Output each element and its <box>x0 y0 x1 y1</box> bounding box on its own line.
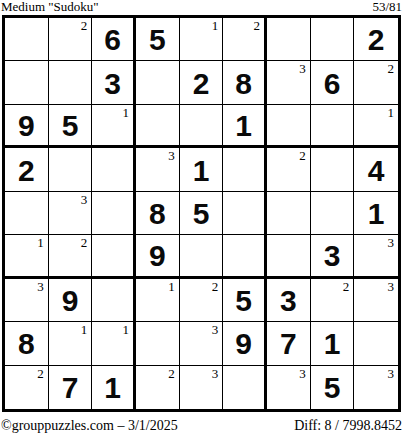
cell-r7c6[interactable]: 5 <box>223 279 267 322</box>
pencil-mark: 1 <box>123 106 130 119</box>
pencil-mark: 1 <box>37 236 44 249</box>
cell-r9c3[interactable]: 1 <box>92 366 136 409</box>
pencil-mark: 2 <box>388 62 395 75</box>
cell-r3c1[interactable]: 9 <box>5 105 49 148</box>
cell-r4c5[interactable]: 1 <box>180 148 224 191</box>
given-digit: 7 <box>62 371 79 403</box>
pencil-mark: 3 <box>388 236 395 249</box>
cell-r7c4[interactable]: 1 <box>136 279 180 322</box>
given-digit: 5 <box>62 109 79 141</box>
cell-r3c7[interactable] <box>267 105 311 148</box>
cell-r1c4[interactable]: 5 <box>136 18 180 61</box>
cell-r5c3[interactable] <box>92 192 136 235</box>
given-digit: 2 <box>368 23 385 55</box>
cell-r1c2[interactable]: 2 <box>49 18 93 61</box>
given-digit: 6 <box>104 23 121 55</box>
cell-r2c9[interactable]: 2 <box>354 61 398 104</box>
pencil-mark: 3 <box>212 367 219 380</box>
cell-r4c1[interactable]: 2 <box>5 148 49 191</box>
pencil-mark: 3 <box>37 280 44 293</box>
cell-r1c6[interactable]: 2 <box>223 18 267 61</box>
pencil-mark: 3 <box>299 62 306 75</box>
cell-r5c9[interactable]: 1 <box>354 192 398 235</box>
cell-r5c7[interactable] <box>267 192 311 235</box>
cell-r3c6[interactable]: 1 <box>223 105 267 148</box>
cell-r6c4[interactable]: 9 <box>136 235 180 278</box>
cell-r7c7[interactable]: 3 <box>267 279 311 322</box>
cell-r9c4[interactable]: 2 <box>136 366 180 409</box>
given-digit: 3 <box>280 284 297 316</box>
cell-r9c7[interactable]: 3 <box>267 366 311 409</box>
pencil-mark: 2 <box>37 367 44 380</box>
pencil-mark: 2 <box>81 19 88 32</box>
cell-r7c9[interactable]: 3 <box>354 279 398 322</box>
cell-r6c2[interactable]: 2 <box>49 235 93 278</box>
given-digit: 8 <box>18 327 35 359</box>
given-digit: 5 <box>324 371 341 403</box>
cell-r5c6[interactable] <box>223 192 267 235</box>
cell-r1c9[interactable]: 2 <box>354 18 398 61</box>
cell-r2c2[interactable] <box>49 61 93 104</box>
cell-r2c3[interactable]: 3 <box>92 61 136 104</box>
cell-r6c1[interactable]: 1 <box>5 235 49 278</box>
cell-r4c4[interactable]: 3 <box>136 148 180 191</box>
given-digit: 7 <box>280 327 297 359</box>
cell-r3c4[interactable] <box>136 105 180 148</box>
cell-r8c6[interactable]: 9 <box>223 322 267 365</box>
given-digit: 9 <box>235 327 252 359</box>
pencil-mark: 1 <box>81 323 88 336</box>
given-digit: 2 <box>18 154 35 186</box>
cell-r5c8[interactable] <box>311 192 355 235</box>
cell-r8c3[interactable]: 1 <box>92 322 136 365</box>
pencil-mark: 1 <box>123 323 130 336</box>
cell-r1c1[interactable] <box>5 18 49 61</box>
cell-r3c9[interactable]: 1 <box>354 105 398 148</box>
difficulty-label: Diff: 8 / 7998.8452 <box>294 418 402 434</box>
pencil-mark: 2 <box>343 280 350 293</box>
pencil-mark: 3 <box>81 193 88 206</box>
given-digit: 1 <box>324 327 341 359</box>
cell-r6c3[interactable] <box>92 235 136 278</box>
cell-r1c7[interactable] <box>267 18 311 61</box>
cell-r7c8[interactable]: 2 <box>311 279 355 322</box>
pencil-mark: 2 <box>254 19 261 32</box>
header: Medium "Sudoku" 53/81 <box>1 0 402 14</box>
pencil-mark: 1 <box>388 106 395 119</box>
cell-r1c5[interactable]: 1 <box>180 18 224 61</box>
given-digit: 1 <box>235 109 252 141</box>
cell-r5c1[interactable] <box>5 192 49 235</box>
given-digit: 8 <box>149 197 166 229</box>
given-digit: 3 <box>324 239 341 271</box>
given-digit: 8 <box>235 67 252 99</box>
cell-r6c6[interactable] <box>223 235 267 278</box>
cell-r4c3[interactable] <box>92 148 136 191</box>
cell-r6c9[interactable]: 3 <box>354 235 398 278</box>
given-digit: 1 <box>368 197 385 229</box>
cell-r9c1[interactable]: 2 <box>5 366 49 409</box>
source-credit: ©grouppuzzles.com – 3/1/2025 <box>1 418 178 434</box>
pencil-mark: 2 <box>168 367 175 380</box>
cell-r5c5[interactable]: 5 <box>180 192 224 235</box>
cell-r4c6[interactable] <box>223 148 267 191</box>
cell-r3c2[interactable]: 5 <box>49 105 93 148</box>
pencil-mark: 2 <box>299 149 306 162</box>
cell-r4c8[interactable] <box>311 148 355 191</box>
pencil-mark: 1 <box>212 19 219 32</box>
cell-r7c2[interactable]: 9 <box>49 279 93 322</box>
cell-r3c8[interactable] <box>311 105 355 148</box>
cell-r5c4[interactable]: 8 <box>136 192 180 235</box>
cell-r7c1[interactable]: 3 <box>5 279 49 322</box>
cell-r2c1[interactable] <box>5 61 49 104</box>
cell-r8c7[interactable]: 7 <box>267 322 311 365</box>
cell-r8c2[interactable]: 1 <box>49 322 93 365</box>
pencil-mark: 3 <box>388 280 395 293</box>
cell-r9c2[interactable]: 7 <box>49 366 93 409</box>
given-digit: 9 <box>18 109 35 141</box>
footer: ©grouppuzzles.com – 3/1/2025 Diff: 8 / 7… <box>1 418 402 434</box>
cell-r5c2[interactable]: 3 <box>49 192 93 235</box>
given-digit: 5 <box>235 284 252 316</box>
cell-r4c2[interactable] <box>49 148 93 191</box>
given-digit: 2 <box>193 67 210 99</box>
cell-r3c3[interactable]: 1 <box>92 105 136 148</box>
cell-r9c8[interactable]: 5 <box>311 366 355 409</box>
sudoku-grid: 2651223283629511123124385112933391253238… <box>2 15 401 412</box>
cell-r2c8[interactable]: 6 <box>311 61 355 104</box>
cell-r8c8[interactable]: 1 <box>311 322 355 365</box>
pencil-mark: 2 <box>212 280 219 293</box>
cell-r4c7[interactable]: 2 <box>267 148 311 191</box>
cell-r9c5[interactable]: 3 <box>180 366 224 409</box>
pencil-mark: 2 <box>81 236 88 249</box>
cell-r6c5[interactable] <box>180 235 224 278</box>
pencil-mark: 3 <box>388 367 395 380</box>
given-digit: 9 <box>62 284 79 316</box>
pencil-mark: 3 <box>212 323 219 336</box>
given-digit: 3 <box>104 67 121 99</box>
given-digit: 9 <box>149 239 166 271</box>
cell-r1c8[interactable] <box>311 18 355 61</box>
pencil-mark: 1 <box>168 280 175 293</box>
blank-cell-counter: 53/81 <box>372 0 402 14</box>
pencil-mark: 3 <box>168 149 175 162</box>
cell-r9c9[interactable]: 3 <box>354 366 398 409</box>
given-digit: 5 <box>193 197 210 229</box>
given-digit: 1 <box>193 154 210 186</box>
puzzle-title: Medium "Sudoku" <box>1 0 99 14</box>
cell-r7c3[interactable] <box>92 279 136 322</box>
cell-r8c1[interactable]: 8 <box>5 322 49 365</box>
cell-r2c5[interactable]: 2 <box>180 61 224 104</box>
sudoku-page: Medium "Sudoku" 53/81 265122328362951112… <box>0 0 403 437</box>
cell-r1c3[interactable]: 6 <box>92 18 136 61</box>
cell-r8c5[interactable]: 3 <box>180 322 224 365</box>
cell-r6c7[interactable] <box>267 235 311 278</box>
given-digit: 1 <box>104 371 121 403</box>
cell-r8c9[interactable] <box>354 322 398 365</box>
cell-r8c4[interactable] <box>136 322 180 365</box>
given-digit: 5 <box>149 23 166 55</box>
cell-r2c7[interactable]: 3 <box>267 61 311 104</box>
cell-r2c6[interactable]: 8 <box>223 61 267 104</box>
cell-r7c5[interactable]: 2 <box>180 279 224 322</box>
cell-r4c9[interactable]: 4 <box>354 148 398 191</box>
cell-r9c6[interactable] <box>223 366 267 409</box>
given-digit: 4 <box>368 154 385 186</box>
given-digit: 6 <box>324 67 341 99</box>
cell-r2c4[interactable] <box>136 61 180 104</box>
pencil-mark: 3 <box>299 367 306 380</box>
cell-r6c8[interactable]: 3 <box>311 235 355 278</box>
cell-r3c5[interactable] <box>180 105 224 148</box>
